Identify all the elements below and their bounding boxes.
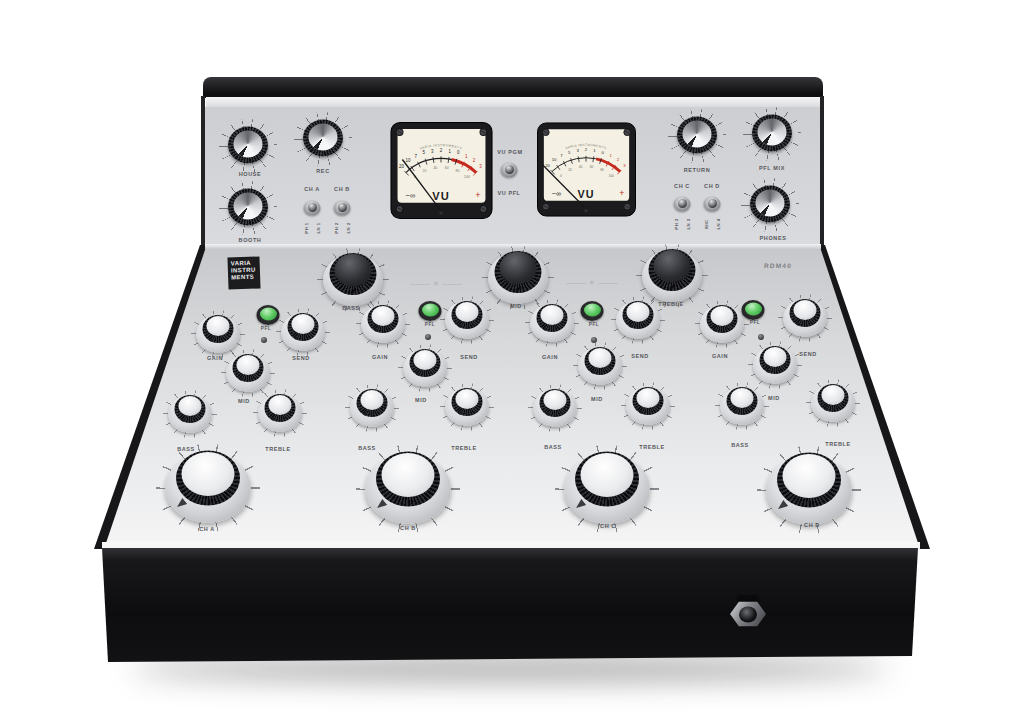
panel-x-mark: ✕ <box>566 279 618 287</box>
mid-c-label: MID <box>591 396 603 402</box>
treble-b-label: TREBLE <box>451 445 477 451</box>
master-treble-label: TREBLE <box>658 301 684 307</box>
channel-led <box>591 337 597 343</box>
svg-text:80: 80 <box>456 169 460 173</box>
svg-text:40: 40 <box>433 166 437 170</box>
volume-ch-c-label: CH C <box>600 523 616 529</box>
input-ch-c-label: CH C <box>674 183 690 189</box>
mid-a-pointer <box>240 378 243 381</box>
svg-text:20: 20 <box>423 169 427 173</box>
input-ch-d-label: CH D <box>704 183 720 189</box>
rec-pointer <box>309 124 338 151</box>
input-ch-b-sublabel: LN 2 <box>346 222 351 233</box>
input-ch-a-switch[interactable] <box>304 201 321 216</box>
svg-text:VU: VU <box>432 190 449 202</box>
input-ch-a-sublabel: PH 1 <box>304 222 309 233</box>
master-mid-label: MID <box>510 303 522 309</box>
rear-top-edge <box>203 77 823 98</box>
gain-c-label: GAIN <box>542 354 558 360</box>
master-bass-cap <box>335 254 372 286</box>
svg-text:20: 20 <box>568 168 572 172</box>
volume-ch-c-cap <box>581 453 634 497</box>
input-ch-c-sublabel: PH 3 <box>674 218 679 229</box>
svg-text:0: 0 <box>560 174 562 178</box>
master-bass-label: BASS <box>342 305 360 311</box>
treble-b-pointer <box>459 412 462 415</box>
input-ch-d-sublabel: LN 4 <box>716 218 721 229</box>
logo-line: MENTS <box>231 274 260 282</box>
channel-led <box>425 334 431 340</box>
input-ch-c-switch[interactable] <box>674 197 691 212</box>
svg-text:100: 100 <box>464 175 470 179</box>
bass-c-label: BASS <box>544 444 562 450</box>
bass-b-pointer <box>364 413 367 416</box>
channel-led <box>758 334 764 340</box>
treble-a-cap <box>269 395 292 415</box>
mid-d-cap <box>764 347 787 367</box>
pfl-a-label: PFL <box>261 326 271 331</box>
svg-text:60: 60 <box>590 165 594 169</box>
send-c-cap <box>627 302 650 322</box>
send-d-cap <box>794 300 817 320</box>
treble-d-pointer <box>825 408 828 411</box>
treble-c-pointer <box>640 411 643 414</box>
gain-d-pointer <box>714 329 717 332</box>
treble-c-label: TREBLE <box>639 444 665 450</box>
vu-meter-left: VARIA INSTRUMENTS20107532101230204060801… <box>390 122 493 219</box>
mid-b-label: MID <box>415 397 427 403</box>
pfl-c-button[interactable] <box>581 301 604 321</box>
booth-label: BOOTH <box>239 237 262 243</box>
vu-pfl-label: VU PFL <box>497 190 520 196</box>
mid-b-pointer <box>417 373 420 376</box>
send-a-label: SEND <box>292 355 310 361</box>
master-treble-cap <box>654 250 691 282</box>
mid-d-label: MID <box>768 395 780 401</box>
send-a-cap <box>292 314 315 334</box>
treble-a-label: TREBLE <box>265 446 291 452</box>
bass-a-pointer <box>182 419 185 422</box>
phones-pointer <box>756 190 785 217</box>
mid-c-cap <box>589 348 612 368</box>
rec-label: REC <box>316 168 329 174</box>
gain-a-pointer <box>210 339 213 342</box>
svg-text:80: 80 <box>600 168 604 172</box>
bass-a-cap <box>179 396 202 416</box>
master-mid-cap <box>500 252 537 284</box>
pfl-d-label: PFL <box>750 320 760 325</box>
vu-selector-switch[interactable] <box>501 163 518 178</box>
volume-ch-b-label: CH B <box>400 525 416 531</box>
pfl-b-label: PFL <box>425 322 435 327</box>
panel-x-mark: ✕ <box>410 280 462 288</box>
send-b-label: SEND <box>460 354 478 360</box>
master-mid-pointer <box>517 288 520 291</box>
gain-a-cap <box>207 316 230 336</box>
master-treble-pointer <box>671 286 674 289</box>
vu-meter-right: VARIA INSTRUMENTS20107532101230204060801… <box>537 121 636 218</box>
svg-text:+: + <box>475 190 480 200</box>
phones-label: PHONES <box>760 235 787 241</box>
gain-b-label: GAIN <box>372 354 388 360</box>
treble-d-cap <box>822 385 845 405</box>
bass-c-pointer <box>547 413 550 416</box>
return-label: RETURN <box>684 167 711 173</box>
volume-ch-b-cap <box>382 453 435 497</box>
svg-text:+: + <box>619 188 624 198</box>
bass-b-label: BASS <box>358 445 376 451</box>
svg-text:10: 10 <box>552 157 557 162</box>
input-ch-d-switch[interactable] <box>704 197 721 212</box>
svg-text:−∞: −∞ <box>552 189 562 198</box>
channel-led <box>261 337 267 343</box>
send-c-label: SEND <box>631 353 649 359</box>
send-d-pointer <box>797 323 800 326</box>
pfl-b-button[interactable] <box>419 301 442 321</box>
gain-a-label: GAIN <box>207 355 223 361</box>
gain-c-pointer <box>544 328 547 331</box>
send-a-pointer <box>295 337 298 340</box>
treble-a-pointer <box>272 418 275 421</box>
bass-c-cap <box>544 390 567 410</box>
vu-pgm-label: VU PGM <box>497 149 522 155</box>
case-side-right <box>820 96 824 247</box>
pfl-d-button[interactable] <box>742 300 765 320</box>
volume-ch-a-cap <box>182 452 235 496</box>
bass-d-label: BASS <box>731 442 749 448</box>
mixer-photo: VARIA INSTRU MENTS RDM40 VU PGM VU PFL H… <box>0 0 1024 724</box>
mid-c-pointer <box>592 371 595 374</box>
input-ch-d-sublabel: MIC <box>704 219 709 228</box>
brand-logo: VARIA INSTRU MENTS <box>227 256 260 289</box>
booth-pointer <box>234 193 263 220</box>
gain-d-label: GAIN <box>712 353 728 359</box>
gain-c-cap <box>541 305 564 325</box>
input-ch-b-switch[interactable] <box>334 201 351 216</box>
send-c-pointer <box>630 325 633 328</box>
svg-text:10: 10 <box>406 158 411 163</box>
send-b-cap <box>456 302 479 322</box>
svg-text:40: 40 <box>579 165 583 169</box>
gain-b-cap <box>372 306 395 326</box>
svg-text:100: 100 <box>608 174 614 178</box>
svg-text:20: 20 <box>545 163 550 168</box>
input-ch-b-sublabel: PH 2 <box>334 222 339 233</box>
send-b-pointer <box>459 325 462 328</box>
house-label: HOUSE <box>239 171 262 177</box>
svg-text:VU: VU <box>578 188 595 200</box>
input-ch-c-sublabel: LN 3 <box>686 218 691 229</box>
front-face <box>96 548 924 668</box>
pfl-c-label: PFL <box>589 322 599 327</box>
input-ch-a-sublabel: LN 1 <box>316 222 321 233</box>
volume-ch-d-label: CH D <box>804 522 820 528</box>
case-side-left <box>201 96 205 247</box>
gain-b-pointer <box>375 329 378 332</box>
volume-ch-d-cap <box>783 454 836 498</box>
bass-d-cap <box>731 388 754 408</box>
front-seam <box>102 542 920 548</box>
treble-b-cap <box>456 389 479 409</box>
bass-b-cap <box>361 390 384 410</box>
svg-text:60: 60 <box>445 166 449 170</box>
mid-a-cap <box>237 355 260 375</box>
input-ch-a-label: CH A <box>304 186 320 192</box>
mid-b-cap <box>414 350 437 370</box>
svg-text:20: 20 <box>399 164 404 169</box>
pfl-mix-pointer <box>758 119 787 146</box>
send-d-label: SEND <box>799 351 817 357</box>
pfl-mix-label: PFL MIX <box>759 165 785 171</box>
pfl-a-button[interactable] <box>257 305 280 325</box>
house-pointer <box>234 131 263 158</box>
input-ch-b-label: CH B <box>334 186 350 192</box>
return-pointer <box>683 121 712 148</box>
treble-c-cap <box>637 388 660 408</box>
gain-d-cap <box>711 306 734 326</box>
volume-ch-a-label: CH A <box>199 526 215 532</box>
model-label: RDM40 <box>764 262 793 269</box>
mid-a-label: MID <box>238 398 250 404</box>
treble-d-label: TREBLE <box>825 441 851 447</box>
bass-d-pointer <box>734 411 737 414</box>
mid-d-pointer <box>767 370 770 373</box>
master-bass-pointer <box>352 290 355 293</box>
svg-text:−∞: −∞ <box>406 191 416 200</box>
